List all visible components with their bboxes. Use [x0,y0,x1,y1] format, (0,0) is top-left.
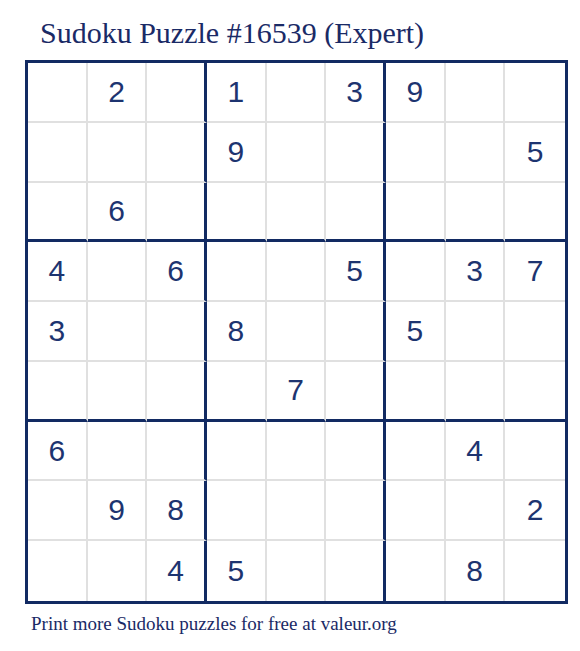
cell-r2c5 [267,123,327,183]
cell-r8c4 [207,481,267,541]
sudoku-page: Sudoku Puzzle #16539 (Expert) 2139956465… [0,0,580,651]
cell-r1c8 [446,63,506,123]
cell-r5c3 [147,302,207,362]
cell-r6c2 [88,362,148,422]
cell-r7c4 [207,422,267,482]
cell-r2c1 [28,123,88,183]
cell-r3c2: 6 [88,183,148,243]
cell-r6c9 [505,362,565,422]
cell-r9c5 [267,541,327,601]
cell-r2c9: 5 [505,123,565,183]
cell-r4c4 [207,242,267,302]
cell-r4c5 [267,242,327,302]
cell-r9c2 [88,541,148,601]
cell-r4c6: 5 [326,242,386,302]
cell-r5c5 [267,302,327,362]
cell-r9c6 [326,541,386,601]
cell-r3c1 [28,183,88,243]
cell-r7c3 [147,422,207,482]
cell-r6c1 [28,362,88,422]
cell-r7c5 [267,422,327,482]
cell-r3c7 [386,183,446,243]
cell-r1c7: 9 [386,63,446,123]
cell-r6c6 [326,362,386,422]
cell-r4c2 [88,242,148,302]
cell-r6c5: 7 [267,362,327,422]
sudoku-board: 213995646537385764982458 [25,60,568,604]
cell-r6c4 [207,362,267,422]
cell-r7c9 [505,422,565,482]
cell-r9c8: 8 [446,541,506,601]
cell-r1c5 [267,63,327,123]
cell-r2c4: 9 [207,123,267,183]
cell-r9c4: 5 [207,541,267,601]
page-title: Sudoku Puzzle #16539 (Expert) [40,16,424,50]
cell-r1c6: 3 [326,63,386,123]
cell-r5c4: 8 [207,302,267,362]
cell-r8c6 [326,481,386,541]
cell-r5c6 [326,302,386,362]
cell-r3c5 [267,183,327,243]
cell-r5c9 [505,302,565,362]
cell-r7c1: 6 [28,422,88,482]
footer-text: Print more Sudoku puzzles for free at va… [31,612,397,636]
cell-r3c6 [326,183,386,243]
cell-r2c8 [446,123,506,183]
cell-r4c9: 7 [505,242,565,302]
cell-r1c1 [28,63,88,123]
cell-r5c8 [446,302,506,362]
cell-r2c7 [386,123,446,183]
cell-r5c2 [88,302,148,362]
cell-r9c1 [28,541,88,601]
cell-r8c7 [386,481,446,541]
cell-r7c2 [88,422,148,482]
cell-r3c8 [446,183,506,243]
cell-r6c3 [147,362,207,422]
cell-r2c3 [147,123,207,183]
cell-r8c9: 2 [505,481,565,541]
cell-r8c3: 8 [147,481,207,541]
cell-r6c8 [446,362,506,422]
cell-r8c8 [446,481,506,541]
cell-r3c9 [505,183,565,243]
cell-r4c8: 3 [446,242,506,302]
cell-r9c7 [386,541,446,601]
cell-r8c2: 9 [88,481,148,541]
cell-r4c7 [386,242,446,302]
cell-r5c7: 5 [386,302,446,362]
cell-r1c3 [147,63,207,123]
cell-r8c5 [267,481,327,541]
cell-r6c7 [386,362,446,422]
cell-r5c1: 3 [28,302,88,362]
cell-r3c3 [147,183,207,243]
cell-r7c6 [326,422,386,482]
cell-r4c3: 6 [147,242,207,302]
cell-r7c8: 4 [446,422,506,482]
cell-r9c3: 4 [147,541,207,601]
cell-r2c2 [88,123,148,183]
cell-r7c7 [386,422,446,482]
cell-r9c9 [505,541,565,601]
cell-r2c6 [326,123,386,183]
cell-r4c1: 4 [28,242,88,302]
cell-r3c4 [207,183,267,243]
cell-r8c1 [28,481,88,541]
cell-r1c9 [505,63,565,123]
cell-r1c2: 2 [88,63,148,123]
cell-r1c4: 1 [207,63,267,123]
